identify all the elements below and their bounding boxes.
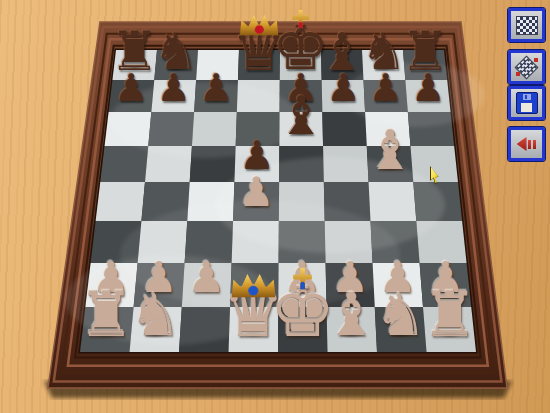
piece-white-knight-g1[interactable]: ♞ [375,288,427,346]
rook-glyph: ♜ [79,284,135,346]
square-a4[interactable] [96,182,145,221]
piece-white-knight-b1[interactable]: ♞ [130,288,182,346]
pawn-glyph: ♟ [326,69,360,107]
pawn-glyph: ♟ [156,69,190,107]
bishop-glyph: ♝ [277,89,325,142]
piece-black-pawn-h7[interactable]: ♟ [411,69,445,107]
square-a5[interactable] [100,146,148,182]
pawn-glyph: ♟ [188,256,226,298]
red-corner-accent [516,72,520,76]
piece-black-pawn-a7[interactable]: ♟ [114,69,148,107]
save-floppy-icon [516,92,538,114]
piece-black-pawn-g7[interactable]: ♟ [369,69,403,107]
red-corner-accent [534,58,538,62]
bishop-glyph: ♝ [325,287,378,346]
piece-black-bishop-e6[interactable]: ♝ [277,89,325,142]
chess-app-window: ♜♞♛♚♝♞♜♟♟♟♟♟♟♟♝♟♝♟♟♟♟♟♟♟♟♜♞♛♚♝♞♜ [0,0,550,413]
pawn-glyph: ♟ [199,69,233,107]
back-arrow-icon [517,137,537,151]
piece-white-rook-a1[interactable]: ♜ [79,284,135,346]
knight-glyph: ♞ [130,288,182,346]
view-3d-button[interactable] [508,50,545,84]
rook-glyph: ♜ [422,284,478,346]
view-2d-button[interactable] [508,8,545,42]
board-2d-icon [516,16,538,35]
piece-black-pawn-f7[interactable]: ♟ [326,69,360,107]
toolbar [508,0,548,413]
bishop-glyph: ♝ [366,124,415,178]
pawn-glyph: ♟ [238,173,274,213]
pawn-glyph: ♟ [369,69,403,107]
piece-white-bishop-f1[interactable]: ♝ [325,287,378,346]
undo-move-button[interactable] [508,127,545,161]
piece-white-pawn-d4[interactable]: ♟ [238,173,274,213]
piece-white-rook-h1[interactable]: ♜ [422,284,478,346]
pawn-glyph: ♟ [411,69,445,107]
save-button[interactable] [508,86,545,120]
piece-black-pawn-b7[interactable]: ♟ [156,69,190,107]
square-f6[interactable] [322,112,366,146]
piece-white-bishop-g5[interactable]: ♝ [366,124,415,178]
pawn-glyph: ♟ [114,69,148,107]
piece-black-pawn-c7[interactable]: ♟ [199,69,233,107]
piece-white-pawn-c2[interactable]: ♟ [188,256,226,298]
knight-glyph: ♞ [375,288,427,346]
